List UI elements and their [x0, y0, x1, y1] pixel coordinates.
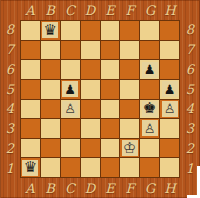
file-label-g: G [140, 178, 160, 198]
file-label-h: H [160, 0, 180, 20]
black-pawn-glyph: ♟ [144, 63, 156, 76]
square-h6[interactable] [160, 60, 179, 79]
square-b4[interactable] [41, 100, 60, 119]
black-queen-glyph: ♛ [44, 22, 57, 37]
square-h7[interactable] [160, 41, 179, 60]
file-label-e: E [100, 0, 120, 20]
file-labels-top: ABCDEFGH [20, 0, 180, 20]
square-a5[interactable] [21, 80, 40, 99]
file-label-d: D [80, 0, 100, 20]
square-d2[interactable] [81, 139, 100, 158]
square-f2[interactable]: ♔ [120, 139, 139, 158]
chess-board: ♛♟♟♟♙♚♙♙♔♛ [20, 20, 180, 178]
square-a7[interactable] [21, 41, 40, 60]
square-c5[interactable]: ♟ [61, 80, 80, 99]
file-label-c: C [60, 178, 80, 198]
rank-label-3: 3 [180, 119, 200, 139]
square-c1[interactable] [61, 158, 80, 177]
white-king-glyph: ♔ [123, 140, 136, 155]
rank-label-7: 7 [0, 40, 20, 60]
square-c8[interactable] [61, 21, 80, 40]
file-label-b: B [40, 178, 60, 198]
board-frame: ABCDEFGH 87654321 87654321 ABCDEFGH ♛♟♟♟… [0, 0, 200, 198]
square-d6[interactable] [81, 60, 100, 79]
square-a3[interactable] [21, 119, 40, 138]
square-a6[interactable] [21, 60, 40, 79]
rank-label-4: 4 [180, 99, 200, 119]
square-h5[interactable]: ♟ [160, 80, 179, 99]
piece-black-pawn[interactable]: ♟ [62, 81, 78, 97]
square-e6[interactable] [101, 60, 120, 79]
black-king-glyph: ♚ [143, 101, 156, 116]
square-d7[interactable] [81, 41, 100, 60]
square-f5[interactable] [120, 80, 139, 99]
square-e8[interactable] [101, 21, 120, 40]
square-e1[interactable] [101, 158, 120, 177]
piece-white-pawn[interactable]: ♙ [162, 101, 178, 117]
piece-white-pawn[interactable]: ♙ [142, 120, 158, 136]
square-g8[interactable] [140, 21, 159, 40]
square-f4[interactable] [120, 100, 139, 119]
file-label-a: A [20, 0, 40, 20]
rank-label-4: 4 [0, 99, 20, 119]
square-e5[interactable] [101, 80, 120, 99]
square-f6[interactable] [120, 60, 139, 79]
file-label-e: E [100, 178, 120, 198]
rank-label-2: 2 [180, 139, 200, 159]
rank-labels-left: 87654321 [0, 20, 20, 178]
file-label-g: G [140, 0, 160, 20]
piece-white-pawn[interactable]: ♙ [62, 101, 78, 117]
square-g2[interactable] [140, 139, 159, 158]
file-labels-bottom: ABCDEFGH [20, 178, 180, 198]
file-label-c: C [60, 0, 80, 20]
black-queen-glyph: ♛ [24, 160, 37, 175]
square-d4[interactable] [81, 100, 100, 119]
square-b2[interactable] [41, 139, 60, 158]
square-h1[interactable] [160, 158, 179, 177]
white-pawn-glyph: ♙ [164, 102, 176, 115]
square-d8[interactable] [81, 21, 100, 40]
square-e3[interactable] [101, 119, 120, 138]
square-f3[interactable] [120, 119, 139, 138]
rank-labels-right: 87654321 [180, 20, 200, 178]
square-d5[interactable] [81, 80, 100, 99]
image-artifact [187, 195, 200, 198]
black-pawn-glyph: ♟ [164, 82, 176, 95]
square-g1[interactable] [140, 158, 159, 177]
rank-label-1: 1 [0, 158, 20, 178]
rank-label-5: 5 [180, 79, 200, 99]
square-e2[interactable] [101, 139, 120, 158]
square-b6[interactable] [41, 60, 60, 79]
square-b5[interactable] [41, 80, 60, 99]
white-pawn-glyph: ♙ [64, 102, 76, 115]
piece-black-king[interactable]: ♚ [142, 101, 158, 117]
square-c6[interactable] [61, 60, 80, 79]
square-g5[interactable] [140, 80, 159, 99]
square-h3[interactable] [160, 119, 179, 138]
square-a8[interactable] [21, 21, 40, 40]
square-c2[interactable] [61, 139, 80, 158]
piece-black-pawn[interactable]: ♟ [162, 81, 178, 97]
piece-white-king[interactable]: ♔ [122, 140, 138, 156]
rank-label-5: 5 [0, 79, 20, 99]
square-g6[interactable]: ♟ [140, 60, 159, 79]
square-b8[interactable]: ♛ [41, 21, 60, 40]
square-c4[interactable]: ♙ [61, 100, 80, 119]
square-b1[interactable] [41, 158, 60, 177]
square-h2[interactable] [160, 139, 179, 158]
square-g7[interactable] [140, 41, 159, 60]
rank-label-6: 6 [0, 60, 20, 80]
square-d3[interactable] [81, 119, 100, 138]
square-c7[interactable] [61, 41, 80, 60]
square-e7[interactable] [101, 41, 120, 60]
square-e4[interactable] [101, 100, 120, 119]
piece-black-queen[interactable]: ♛ [42, 22, 58, 38]
file-label-a: A [20, 178, 40, 198]
square-a1[interactable]: ♛ [21, 158, 40, 177]
white-pawn-glyph: ♙ [144, 121, 156, 134]
piece-black-pawn[interactable]: ♟ [142, 62, 158, 78]
piece-black-queen[interactable]: ♛ [22, 160, 38, 176]
rank-label-6: 6 [180, 60, 200, 80]
square-c3[interactable] [61, 119, 80, 138]
square-f8[interactable] [120, 21, 139, 40]
square-b3[interactable] [41, 119, 60, 138]
rank-label-2: 2 [0, 139, 20, 159]
file-label-h: H [160, 178, 180, 198]
black-pawn-glyph: ♟ [64, 82, 76, 95]
square-f1[interactable] [120, 158, 139, 177]
file-label-f: F [120, 0, 140, 20]
square-a4[interactable] [21, 100, 40, 119]
file-label-d: D [80, 178, 100, 198]
image-artifact [197, 166, 200, 198]
rank-label-7: 7 [180, 40, 200, 60]
square-h4[interactable]: ♙ [160, 100, 179, 119]
file-label-f: F [120, 178, 140, 198]
square-d1[interactable] [81, 158, 100, 177]
rank-label-3: 3 [0, 119, 20, 139]
square-f7[interactable] [120, 41, 139, 60]
square-h8[interactable] [160, 21, 179, 40]
square-b7[interactable] [41, 41, 60, 60]
square-g3[interactable]: ♙ [140, 119, 159, 138]
rank-label-8: 8 [180, 20, 200, 40]
square-a2[interactable] [21, 139, 40, 158]
rank-label-8: 8 [0, 20, 20, 40]
square-g4[interactable]: ♚ [140, 100, 159, 119]
file-label-b: B [40, 0, 60, 20]
